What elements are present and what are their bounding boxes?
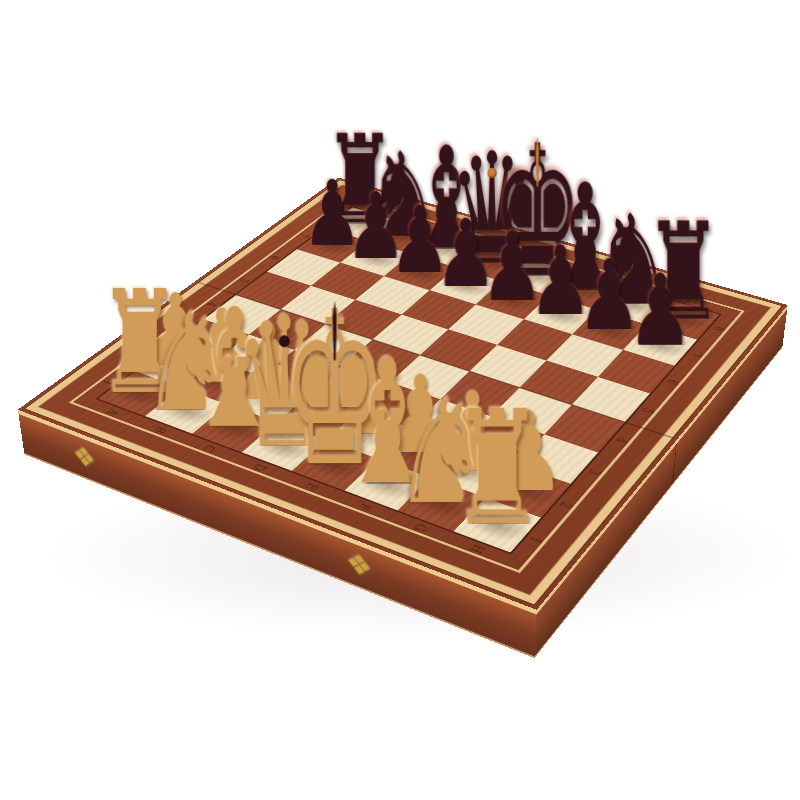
brass-clasp-icon: ❖	[71, 436, 97, 479]
white-rook-glyph: ♜	[450, 390, 544, 548]
brass-clasp-icon: ❖	[346, 542, 373, 588]
king-spike-finial	[535, 137, 540, 188]
square-h1: ♜	[453, 497, 541, 552]
black-pawn-glyph: ♟	[627, 260, 693, 359]
chessboard-product-photo: ABCDEFGH ABCDEFGH 87654321 87654321 ♜♞♝♛…	[0, 0, 800, 800]
box-half-seam	[672, 444, 677, 484]
